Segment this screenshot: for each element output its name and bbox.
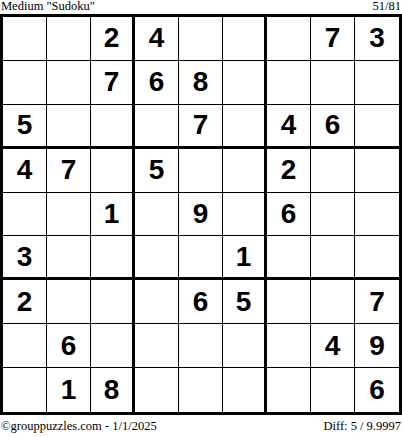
given-digit: 1 [236, 243, 252, 271]
cell-r4c9[interactable] [355, 149, 399, 193]
cell-r3c5[interactable]: 7 [179, 105, 223, 149]
cell-r6c7[interactable] [267, 236, 311, 280]
given-digit: 3 [17, 243, 33, 271]
given-digit: 9 [369, 332, 385, 360]
cell-r2c2[interactable] [47, 61, 91, 105]
given-digit: 4 [17, 156, 33, 184]
copyright-text: ©grouppuzzles.com - 1/1/2025 [0, 419, 157, 434]
cell-r7c9[interactable]: 7 [355, 280, 399, 324]
cell-r7c3[interactable] [91, 280, 135, 324]
given-digit: 5 [236, 288, 252, 316]
cell-r8c7[interactable] [267, 324, 311, 368]
cell-r8c6[interactable] [223, 324, 267, 368]
cell-r3c6[interactable] [223, 105, 267, 149]
given-digit: 1 [104, 200, 120, 228]
cell-r3c7[interactable]: 4 [267, 105, 311, 149]
given-digit: 6 [193, 288, 209, 316]
cell-r2c1[interactable] [3, 61, 47, 105]
cell-r1c1[interactable] [3, 17, 47, 61]
cell-r1c8[interactable]: 7 [311, 17, 355, 61]
given-digit: 9 [193, 200, 209, 228]
cell-r2c8[interactable] [311, 61, 355, 105]
given-digit: 7 [193, 111, 209, 139]
cell-r9c5[interactable] [179, 368, 223, 412]
cell-r1c3[interactable]: 2 [91, 17, 135, 61]
given-digit: 6 [369, 376, 385, 404]
cell-r2c4[interactable]: 6 [135, 61, 179, 105]
given-digit: 2 [104, 24, 120, 52]
cell-r8c8[interactable]: 4 [311, 324, 355, 368]
cell-r6c8[interactable] [311, 236, 355, 280]
cell-r7c1[interactable]: 2 [3, 280, 47, 324]
cell-r5c2[interactable] [47, 193, 91, 237]
cell-r8c9[interactable]: 9 [355, 324, 399, 368]
cell-r1c2[interactable] [47, 17, 91, 61]
puzzle-title: Medium "Sudoku" [0, 0, 95, 13]
given-digit: 2 [281, 156, 297, 184]
cell-r7c7[interactable] [267, 280, 311, 324]
cell-r5c7[interactable]: 6 [267, 193, 311, 237]
cell-r7c8[interactable] [311, 280, 355, 324]
cell-r9c4[interactable] [135, 368, 179, 412]
cell-r9c2[interactable]: 1 [47, 368, 91, 412]
cell-r6c9[interactable] [355, 236, 399, 280]
cell-r2c6[interactable] [223, 61, 267, 105]
page-footer: ©grouppuzzles.com - 1/1/2025 Diff: 5 / 9… [0, 416, 402, 437]
given-digit: 7 [369, 288, 385, 316]
cell-r9c7[interactable] [267, 368, 311, 412]
cell-r9c1[interactable] [3, 368, 47, 412]
cell-r6c2[interactable] [47, 236, 91, 280]
cell-r3c2[interactable] [47, 105, 91, 149]
cell-r4c5[interactable] [179, 149, 223, 193]
remaining-counter: 51/81 [373, 0, 402, 13]
cell-r1c9[interactable]: 3 [355, 17, 399, 61]
cell-r4c4[interactable]: 5 [135, 149, 179, 193]
cell-r9c8[interactable] [311, 368, 355, 412]
given-digit: 8 [193, 68, 209, 96]
given-digit: 4 [281, 111, 297, 139]
given-digit: 4 [149, 24, 165, 52]
cell-r1c6[interactable] [223, 17, 267, 61]
cell-r7c5[interactable]: 6 [179, 280, 223, 324]
cell-r9c9[interactable]: 6 [355, 368, 399, 412]
cell-r5c6[interactable] [223, 193, 267, 237]
cell-r1c7[interactable] [267, 17, 311, 61]
cell-r8c3[interactable] [91, 324, 135, 368]
cell-r5c3[interactable]: 1 [91, 193, 135, 237]
cell-r7c6[interactable]: 5 [223, 280, 267, 324]
cell-r6c5[interactable] [179, 236, 223, 280]
cell-r5c8[interactable] [311, 193, 355, 237]
cell-r1c4[interactable]: 4 [135, 17, 179, 61]
sudoku-board: 247376857464752196312657649186 [0, 14, 402, 415]
cell-r3c8[interactable]: 6 [311, 105, 355, 149]
given-digit: 6 [149, 68, 165, 96]
cell-r9c6[interactable] [223, 368, 267, 412]
given-digit: 7 [61, 156, 77, 184]
cell-r7c2[interactable] [47, 280, 91, 324]
cell-r3c3[interactable] [91, 105, 135, 149]
cell-r2c3[interactable]: 7 [91, 61, 135, 105]
cell-r5c4[interactable] [135, 193, 179, 237]
cell-r6c4[interactable] [135, 236, 179, 280]
given-digit: 4 [325, 332, 341, 360]
cell-r3c4[interactable] [135, 105, 179, 149]
given-digit: 8 [104, 376, 120, 404]
cell-r8c2[interactable]: 6 [47, 324, 91, 368]
given-digit: 5 [17, 111, 33, 139]
given-digit: 6 [61, 332, 77, 360]
cell-r3c1[interactable]: 5 [3, 105, 47, 149]
cell-r8c1[interactable] [3, 324, 47, 368]
cell-r6c3[interactable] [91, 236, 135, 280]
cell-r1c5[interactable] [179, 17, 223, 61]
cell-r2c5[interactable]: 8 [179, 61, 223, 105]
cell-r4c8[interactable] [311, 149, 355, 193]
cell-r8c4[interactable] [135, 324, 179, 368]
difficulty-text: Diff: 5 / 9.9997 [323, 419, 402, 434]
cell-r4c1[interactable]: 4 [3, 149, 47, 193]
cell-r6c6[interactable]: 1 [223, 236, 267, 280]
cell-r5c5[interactable]: 9 [179, 193, 223, 237]
given-digit: 5 [149, 156, 165, 184]
cell-r8c5[interactable] [179, 324, 223, 368]
given-digit: 7 [325, 24, 341, 52]
cell-r2c7[interactable] [267, 61, 311, 105]
cell-r4c6[interactable] [223, 149, 267, 193]
given-digit: 7 [104, 68, 120, 96]
cell-r6c1[interactable]: 3 [3, 236, 47, 280]
given-digit: 3 [369, 24, 385, 52]
cell-r5c9[interactable] [355, 193, 399, 237]
cell-r4c2[interactable]: 7 [47, 149, 91, 193]
given-digit: 6 [325, 111, 341, 139]
cell-r2c9[interactable] [355, 61, 399, 105]
cell-r7c4[interactable] [135, 280, 179, 324]
cell-r3c9[interactable] [355, 105, 399, 149]
cell-r9c3[interactable]: 8 [91, 368, 135, 412]
cell-r4c3[interactable] [91, 149, 135, 193]
given-digit: 1 [61, 376, 77, 404]
cell-r5c1[interactable] [3, 193, 47, 237]
given-digit: 6 [281, 200, 297, 228]
page-header: Medium "Sudoku" 51/81 [0, 0, 402, 14]
given-digit: 2 [17, 288, 33, 316]
cell-r4c7[interactable]: 2 [267, 149, 311, 193]
